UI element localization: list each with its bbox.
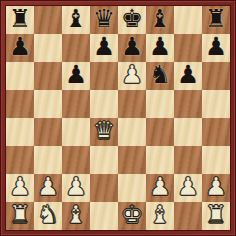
square-g4[interactable] <box>174 118 202 146</box>
square-d1[interactable] <box>90 202 118 230</box>
piece-white-bishop[interactable]: ♝ <box>65 201 87 229</box>
piece-black-pawn[interactable]: ♟ <box>205 33 227 61</box>
piece-white-pawn[interactable]: ♟ <box>149 173 171 201</box>
square-b5[interactable] <box>34 90 62 118</box>
square-h2[interactable]: ♟ <box>202 174 230 202</box>
square-b6[interactable] <box>34 62 62 90</box>
square-f7[interactable]: ♟ <box>146 34 174 62</box>
piece-white-pawn[interactable]: ♟ <box>9 173 31 201</box>
square-c3[interactable] <box>62 146 90 174</box>
square-h7[interactable]: ♟ <box>202 34 230 62</box>
piece-black-queen[interactable]: ♛ <box>93 5 115 33</box>
square-h6[interactable] <box>202 62 230 90</box>
square-d6[interactable] <box>90 62 118 90</box>
square-d3[interactable] <box>90 146 118 174</box>
square-f2[interactable]: ♟ <box>146 174 174 202</box>
piece-white-pawn[interactable]: ♟ <box>65 173 87 201</box>
square-g6[interactable]: ♟ <box>174 62 202 90</box>
square-h1[interactable]: ♜ <box>202 202 230 230</box>
square-b3[interactable] <box>34 146 62 174</box>
square-e3[interactable] <box>118 146 146 174</box>
piece-white-pawn[interactable]: ♟ <box>121 61 143 89</box>
square-e2[interactable] <box>118 174 146 202</box>
piece-black-pawn[interactable]: ♟ <box>9 33 31 61</box>
square-h5[interactable] <box>202 90 230 118</box>
square-g2[interactable]: ♟ <box>174 174 202 202</box>
square-c1[interactable]: ♝ <box>62 202 90 230</box>
piece-black-bishop[interactable]: ♝ <box>65 5 87 33</box>
square-d2[interactable] <box>90 174 118 202</box>
square-c8[interactable]: ♝ <box>62 6 90 34</box>
piece-black-king[interactable]: ♚ <box>121 5 143 33</box>
square-h3[interactable] <box>202 146 230 174</box>
piece-black-pawn[interactable]: ♟ <box>177 61 199 89</box>
square-h8[interactable]: ♜ <box>202 6 230 34</box>
square-f8[interactable]: ♝ <box>146 6 174 34</box>
square-c6[interactable]: ♟ <box>62 62 90 90</box>
square-f3[interactable] <box>146 146 174 174</box>
square-a2[interactable]: ♟ <box>6 174 34 202</box>
piece-black-knight[interactable]: ♞ <box>149 61 171 89</box>
piece-white-bishop[interactable]: ♝ <box>149 201 171 229</box>
square-a5[interactable] <box>6 90 34 118</box>
square-a3[interactable] <box>6 146 34 174</box>
square-b8[interactable] <box>34 6 62 34</box>
square-d4[interactable]: ♛ <box>90 118 118 146</box>
piece-black-pawn[interactable]: ♟ <box>121 33 143 61</box>
square-a8[interactable]: ♜ <box>6 6 34 34</box>
square-g8[interactable] <box>174 6 202 34</box>
square-b4[interactable] <box>34 118 62 146</box>
square-d8[interactable]: ♛ <box>90 6 118 34</box>
square-c7[interactable] <box>62 34 90 62</box>
piece-white-pawn[interactable]: ♟ <box>37 173 59 201</box>
piece-black-rook[interactable]: ♜ <box>9 5 31 33</box>
piece-white-rook[interactable]: ♜ <box>9 201 31 229</box>
square-e6[interactable]: ♟ <box>118 62 146 90</box>
square-c5[interactable] <box>62 90 90 118</box>
piece-white-king[interactable]: ♚ <box>121 201 143 229</box>
square-e4[interactable] <box>118 118 146 146</box>
square-d7[interactable]: ♟ <box>90 34 118 62</box>
piece-white-knight[interactable]: ♞ <box>37 201 59 229</box>
square-f6[interactable]: ♞ <box>146 62 174 90</box>
square-f1[interactable]: ♝ <box>146 202 174 230</box>
piece-black-bishop[interactable]: ♝ <box>149 5 171 33</box>
square-b7[interactable] <box>34 34 62 62</box>
chess-board: ♜♝♛♚♝♜♟♟♟♟♟♟♟♞♟♛♟♟♟♟♟♟♜♞♝♚♝♜ <box>6 6 230 230</box>
piece-black-rook[interactable]: ♜ <box>205 5 227 33</box>
board-frame: ♜♝♛♚♝♜♟♟♟♟♟♟♟♞♟♛♟♟♟♟♟♟♜♞♝♚♝♜ <box>0 0 236 236</box>
square-g7[interactable] <box>174 34 202 62</box>
piece-black-pawn[interactable]: ♟ <box>65 61 87 89</box>
square-e1[interactable]: ♚ <box>118 202 146 230</box>
piece-black-pawn[interactable]: ♟ <box>93 33 115 61</box>
square-a7[interactable]: ♟ <box>6 34 34 62</box>
square-g1[interactable] <box>174 202 202 230</box>
square-b2[interactable]: ♟ <box>34 174 62 202</box>
square-b1[interactable]: ♞ <box>34 202 62 230</box>
piece-white-rook[interactable]: ♜ <box>205 201 227 229</box>
piece-white-queen[interactable]: ♛ <box>93 117 115 145</box>
piece-black-pawn[interactable]: ♟ <box>149 33 171 61</box>
piece-white-pawn[interactable]: ♟ <box>177 173 199 201</box>
square-a4[interactable] <box>6 118 34 146</box>
piece-white-pawn[interactable]: ♟ <box>205 173 227 201</box>
square-e5[interactable] <box>118 90 146 118</box>
square-a6[interactable] <box>6 62 34 90</box>
square-e8[interactable]: ♚ <box>118 6 146 34</box>
square-a1[interactable]: ♜ <box>6 202 34 230</box>
square-f5[interactable] <box>146 90 174 118</box>
square-h4[interactable] <box>202 118 230 146</box>
square-e7[interactable]: ♟ <box>118 34 146 62</box>
square-c4[interactable] <box>62 118 90 146</box>
square-g3[interactable] <box>174 146 202 174</box>
square-f4[interactable] <box>146 118 174 146</box>
square-g5[interactable] <box>174 90 202 118</box>
square-c2[interactable]: ♟ <box>62 174 90 202</box>
square-d5[interactable] <box>90 90 118 118</box>
